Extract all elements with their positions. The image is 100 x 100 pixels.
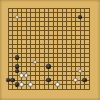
go-board-screenshot (0, 0, 100, 100)
board-cell-T1[interactable] (87, 87, 92, 92)
go-board (6, 6, 92, 92)
